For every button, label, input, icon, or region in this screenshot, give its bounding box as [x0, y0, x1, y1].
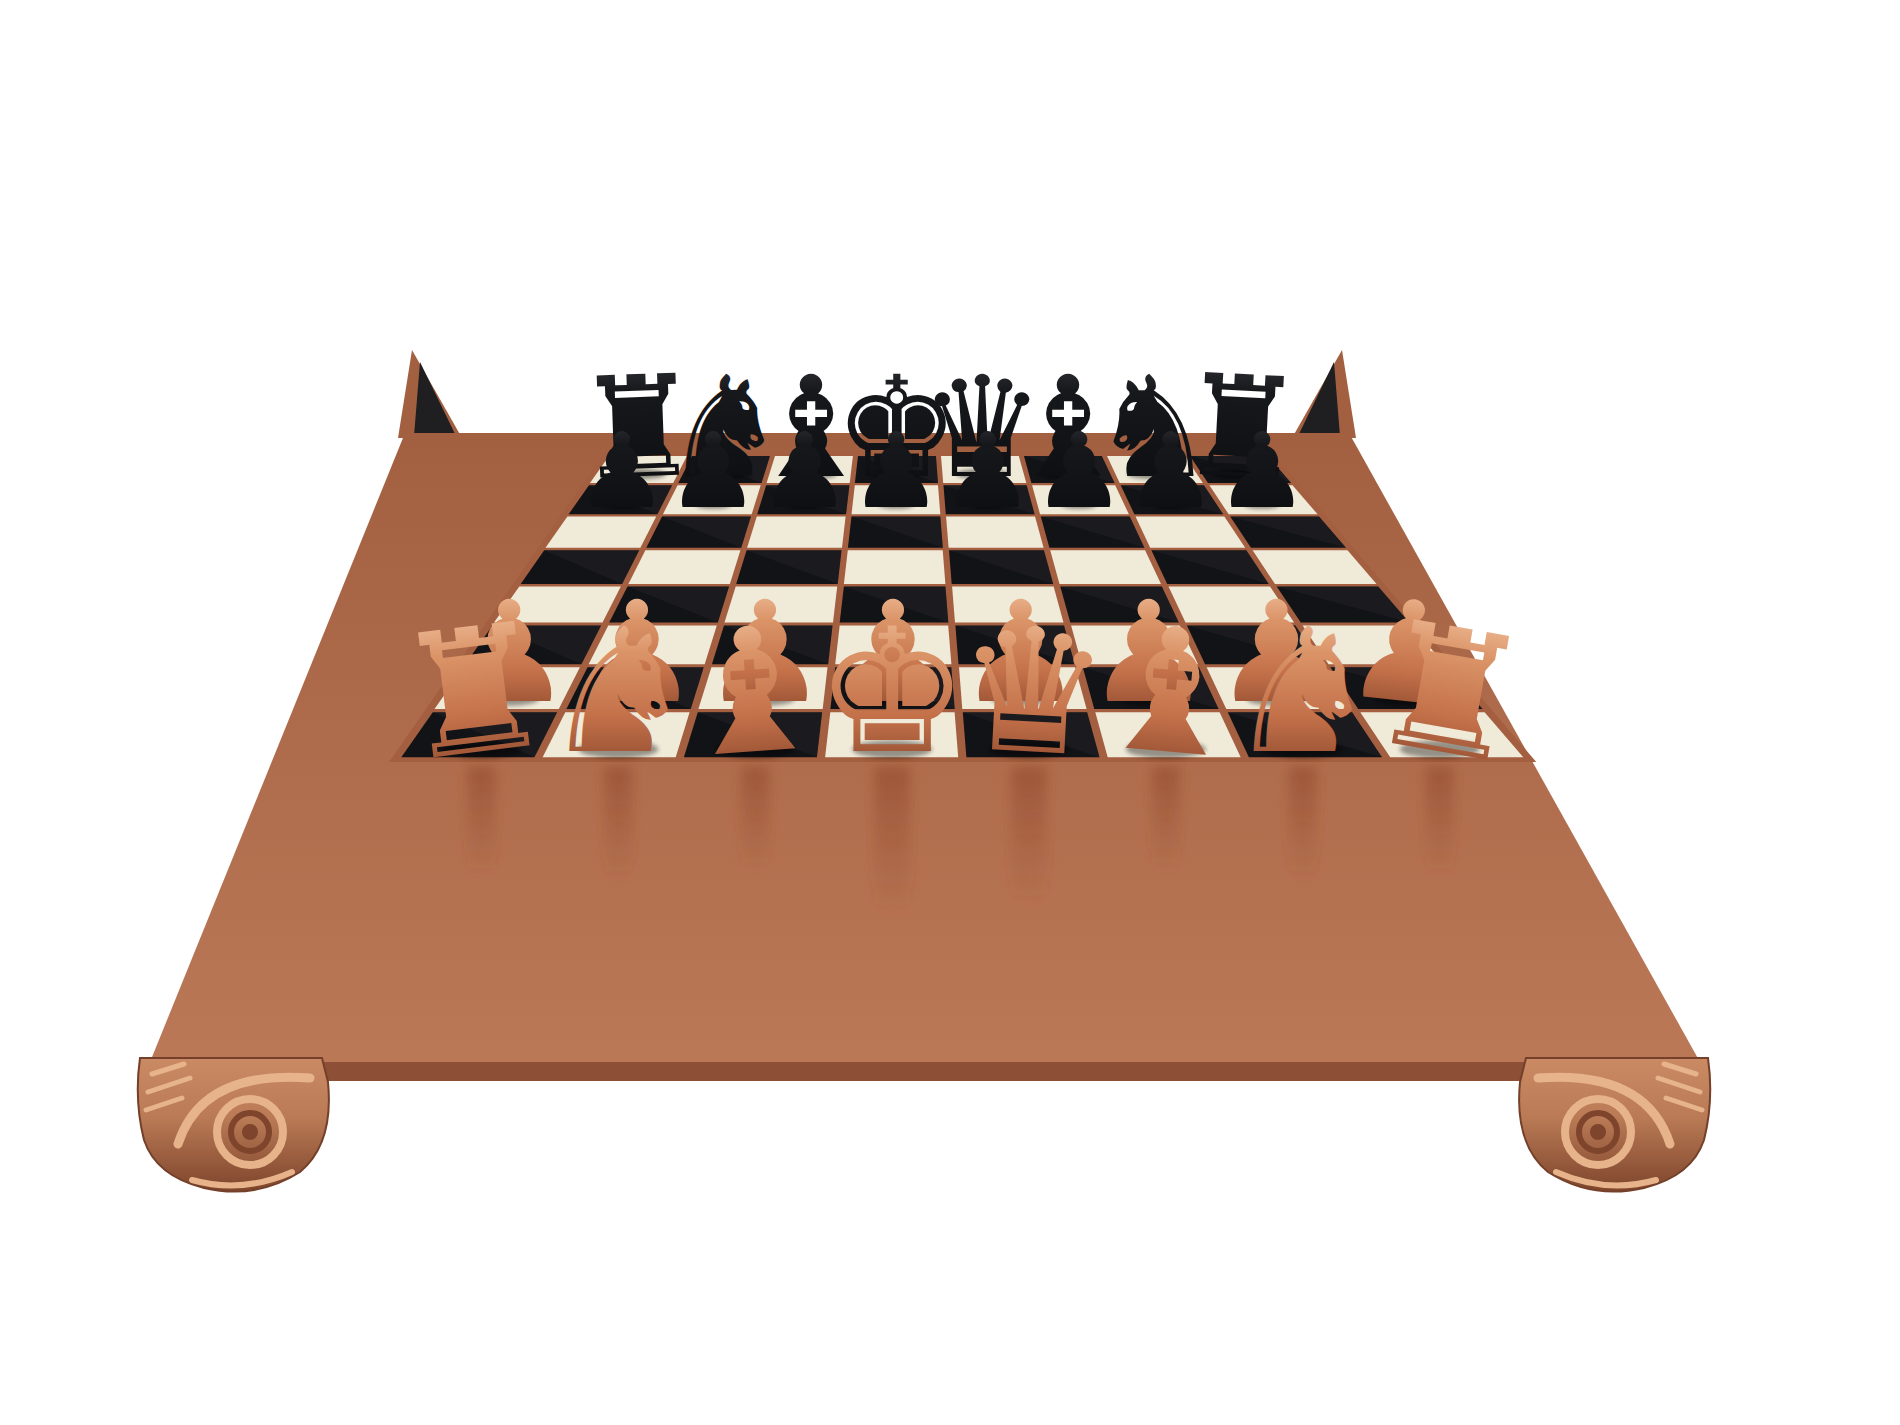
piece-black-pawn-g7[interactable]: ♟ — [1124, 410, 1217, 532]
chessboard-photo: ♜♞♝♚♛♝♞♜♟♟♟♟♟♟♟♟♟♟♟♟♟♟♟♟♜♞♝♚♛♝♞♜ — [0, 0, 1900, 1425]
piece-black-pawn-c7[interactable]: ♟ — [758, 410, 851, 532]
piece-black-pawn-f7[interactable]: ♟ — [1032, 410, 1125, 532]
frame-front-edge — [144, 1062, 1706, 1081]
piece-copper-king-d1[interactable]: ♚ — [815, 591, 969, 792]
chess-pieces: ♜♞♝♚♛♝♞♜♟♟♟♟♟♟♟♟♟♟♟♟♟♟♟♟♜♞♝♚♛♝♞♜ — [385, 343, 1543, 805]
piece-copper-rook-a1[interactable]: ♜ — [385, 583, 563, 801]
corner-accent-left — [414, 362, 456, 436]
piece-black-pawn-b7[interactable]: ♟ — [667, 410, 760, 532]
piece-black-pawn-d7[interactable]: ♟ — [850, 410, 943, 532]
volute-foot-left — [138, 1058, 329, 1192]
piece-copper-bishop-c1[interactable]: ♝ — [667, 586, 835, 797]
piece-copper-knight-g1[interactable]: ♞ — [1226, 591, 1380, 792]
volute-foot-right — [1519, 1058, 1710, 1192]
piece-black-pawn-h7[interactable]: ♟ — [1215, 410, 1308, 532]
piece-black-pawn-e7[interactable]: ♟ — [941, 410, 1034, 532]
piece-black-pawn-a7[interactable]: ♟ — [575, 410, 668, 532]
photo-background: ♜♞♝♚♛♝♞♜♟♟♟♟♟♟♟♟♟♟♟♟♟♟♟♟♜♞♝♚♛♝♞♜ — [0, 0, 1900, 1425]
